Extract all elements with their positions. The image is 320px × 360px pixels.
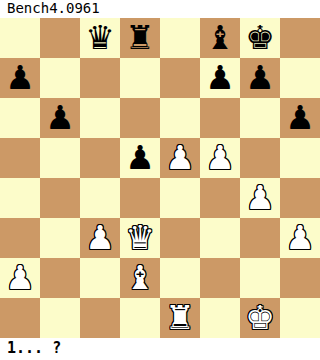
square-g6[interactable]	[240, 98, 280, 138]
square-c2[interactable]	[80, 258, 120, 298]
piece-black-king[interactable]: ♚	[245, 18, 275, 58]
square-c7[interactable]	[80, 58, 120, 98]
square-d8[interactable]: ♜	[120, 18, 160, 58]
square-a4[interactable]	[0, 178, 40, 218]
square-b2[interactable]	[40, 258, 80, 298]
square-b5[interactable]	[40, 138, 80, 178]
piece-black-bishop[interactable]: ♝	[205, 18, 235, 58]
square-h2[interactable]	[280, 258, 320, 298]
square-e6[interactable]	[160, 98, 200, 138]
square-g8[interactable]: ♚	[240, 18, 280, 58]
piece-white-pawn[interactable]: ♟	[245, 178, 275, 218]
square-c5[interactable]	[80, 138, 120, 178]
square-c8[interactable]: ♛	[80, 18, 120, 58]
piece-white-rook[interactable]: ♜	[165, 298, 195, 338]
square-h4[interactable]	[280, 178, 320, 218]
chess-board: ♛♜♝♚♟♟♟♟♟♟♟♟♟♟♛♟♟♝♜♚	[0, 18, 320, 338]
square-f2[interactable]	[200, 258, 240, 298]
square-d1[interactable]	[120, 298, 160, 338]
square-a7[interactable]: ♟	[0, 58, 40, 98]
square-f3[interactable]	[200, 218, 240, 258]
square-g3[interactable]	[240, 218, 280, 258]
piece-white-pawn[interactable]: ♟	[85, 218, 115, 258]
square-b8[interactable]	[40, 18, 80, 58]
square-c1[interactable]	[80, 298, 120, 338]
square-a6[interactable]	[0, 98, 40, 138]
piece-white-queen[interactable]: ♛	[125, 218, 155, 258]
square-b6[interactable]: ♟	[40, 98, 80, 138]
square-a1[interactable]	[0, 298, 40, 338]
piece-white-pawn[interactable]: ♟	[5, 258, 35, 298]
square-b1[interactable]	[40, 298, 80, 338]
piece-black-queen[interactable]: ♛	[85, 18, 115, 58]
square-e1[interactable]: ♜	[160, 298, 200, 338]
square-f6[interactable]	[200, 98, 240, 138]
square-b7[interactable]	[40, 58, 80, 98]
square-e7[interactable]	[160, 58, 200, 98]
square-f7[interactable]: ♟	[200, 58, 240, 98]
square-h1[interactable]	[280, 298, 320, 338]
square-d7[interactable]	[120, 58, 160, 98]
piece-white-pawn[interactable]: ♟	[285, 218, 315, 258]
square-f1[interactable]	[200, 298, 240, 338]
square-f4[interactable]	[200, 178, 240, 218]
piece-white-bishop[interactable]: ♝	[125, 258, 155, 298]
square-d5[interactable]: ♟	[120, 138, 160, 178]
square-g4[interactable]: ♟	[240, 178, 280, 218]
square-e2[interactable]	[160, 258, 200, 298]
page-title: Bench4.0961	[0, 0, 320, 18]
square-d6[interactable]	[120, 98, 160, 138]
square-f8[interactable]: ♝	[200, 18, 240, 58]
square-g1[interactable]: ♚	[240, 298, 280, 338]
square-a3[interactable]	[0, 218, 40, 258]
square-c3[interactable]: ♟	[80, 218, 120, 258]
piece-black-pawn[interactable]: ♟	[125, 138, 155, 178]
piece-white-pawn[interactable]: ♟	[165, 138, 195, 178]
square-g5[interactable]	[240, 138, 280, 178]
square-a2[interactable]: ♟	[0, 258, 40, 298]
piece-white-king[interactable]: ♚	[245, 298, 275, 338]
square-h5[interactable]	[280, 138, 320, 178]
square-h7[interactable]	[280, 58, 320, 98]
piece-black-pawn[interactable]: ♟	[45, 98, 75, 138]
piece-black-pawn[interactable]: ♟	[5, 58, 35, 98]
chess-diagram: Bench4.0961 ♛♜♝♚♟♟♟♟♟♟♟♟♟♟♛♟♟♝♜♚ 1... ?	[0, 0, 320, 360]
square-g7[interactable]: ♟	[240, 58, 280, 98]
square-f5[interactable]: ♟	[200, 138, 240, 178]
square-h6[interactable]: ♟	[280, 98, 320, 138]
square-h3[interactable]: ♟	[280, 218, 320, 258]
square-d4[interactable]	[120, 178, 160, 218]
piece-black-rook[interactable]: ♜	[125, 18, 155, 58]
square-c4[interactable]	[80, 178, 120, 218]
move-prompt: 1... ?	[0, 338, 320, 360]
square-h8[interactable]	[280, 18, 320, 58]
square-c6[interactable]	[80, 98, 120, 138]
piece-black-pawn[interactable]: ♟	[285, 98, 315, 138]
square-g2[interactable]	[240, 258, 280, 298]
piece-black-pawn[interactable]: ♟	[245, 58, 275, 98]
piece-black-pawn[interactable]: ♟	[205, 58, 235, 98]
square-e8[interactable]	[160, 18, 200, 58]
square-b4[interactable]	[40, 178, 80, 218]
square-e5[interactable]: ♟	[160, 138, 200, 178]
square-b3[interactable]	[40, 218, 80, 258]
square-e3[interactable]	[160, 218, 200, 258]
square-a5[interactable]	[0, 138, 40, 178]
piece-white-pawn[interactable]: ♟	[205, 138, 235, 178]
square-d2[interactable]: ♝	[120, 258, 160, 298]
square-d3[interactable]: ♛	[120, 218, 160, 258]
square-a8[interactable]	[0, 18, 40, 58]
square-e4[interactable]	[160, 178, 200, 218]
